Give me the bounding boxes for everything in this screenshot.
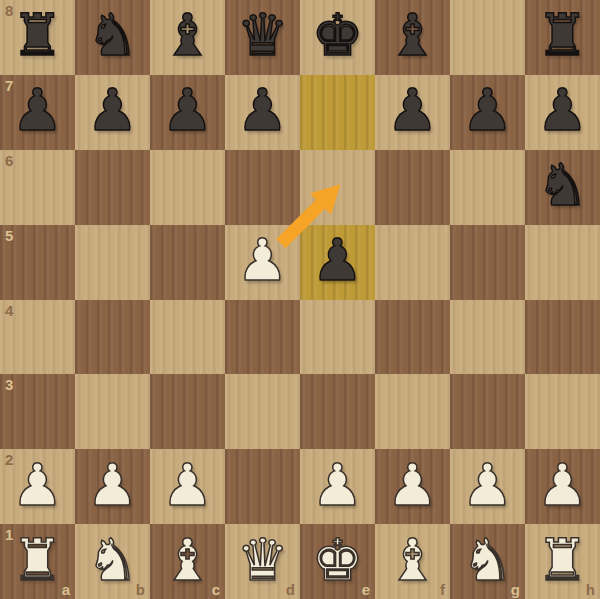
square-h6[interactable]: ♞ bbox=[525, 150, 600, 225]
piece-black-pawn-d7[interactable]: ♟ bbox=[237, 81, 289, 139]
square-c2[interactable]: ♟ bbox=[150, 449, 225, 524]
square-b8[interactable]: ♞ bbox=[75, 0, 150, 75]
chess-board[interactable]: 8♜♞♝♛♚♝♜7♟♟♟♟♟♟♟6♞5♟♟432♟♟♟♟♟♟♟1a♜b♞c♝d♛… bbox=[0, 0, 600, 599]
rank-label-3: 3 bbox=[5, 377, 13, 392]
piece-white-pawn-a2[interactable]: ♟ bbox=[12, 456, 64, 514]
square-h4[interactable] bbox=[525, 300, 600, 375]
square-c5[interactable] bbox=[150, 225, 225, 300]
square-b1[interactable]: b♞ bbox=[75, 524, 150, 599]
square-e3[interactable] bbox=[300, 374, 375, 449]
piece-black-rook-h8[interactable]: ♜ bbox=[537, 6, 589, 64]
square-g1[interactable]: g♞ bbox=[450, 524, 525, 599]
square-h7[interactable]: ♟ bbox=[525, 75, 600, 150]
piece-white-knight-g1[interactable]: ♞ bbox=[462, 531, 514, 589]
square-g2[interactable]: ♟ bbox=[450, 449, 525, 524]
square-b6[interactable] bbox=[75, 150, 150, 225]
square-h1[interactable]: h♜ bbox=[525, 524, 600, 599]
square-f5[interactable] bbox=[375, 225, 450, 300]
square-c6[interactable] bbox=[150, 150, 225, 225]
square-e6[interactable] bbox=[300, 150, 375, 225]
square-h5[interactable] bbox=[525, 225, 600, 300]
piece-white-pawn-e2[interactable]: ♟ bbox=[312, 456, 364, 514]
square-e5[interactable]: ♟ bbox=[300, 225, 375, 300]
piece-black-pawn-g7[interactable]: ♟ bbox=[462, 81, 514, 139]
piece-black-pawn-b7[interactable]: ♟ bbox=[87, 81, 139, 139]
piece-black-queen-d8[interactable]: ♛ bbox=[237, 6, 289, 64]
piece-black-knight-h6[interactable]: ♞ bbox=[537, 156, 589, 214]
piece-white-bishop-c1[interactable]: ♝ bbox=[162, 531, 214, 589]
square-d8[interactable]: ♛ bbox=[225, 0, 300, 75]
piece-white-bishop-f1[interactable]: ♝ bbox=[387, 531, 439, 589]
piece-white-king-e1[interactable]: ♚ bbox=[312, 531, 364, 589]
square-d7[interactable]: ♟ bbox=[225, 75, 300, 150]
square-a8[interactable]: 8♜ bbox=[0, 0, 75, 75]
square-g8[interactable] bbox=[450, 0, 525, 75]
square-g4[interactable] bbox=[450, 300, 525, 375]
piece-white-pawn-d5[interactable]: ♟ bbox=[237, 231, 289, 289]
piece-black-rook-a8[interactable]: ♜ bbox=[12, 6, 64, 64]
piece-white-rook-a1[interactable]: ♜ bbox=[12, 531, 64, 589]
square-f8[interactable]: ♝ bbox=[375, 0, 450, 75]
square-h3[interactable] bbox=[525, 374, 600, 449]
square-h8[interactable]: ♜ bbox=[525, 0, 600, 75]
square-a7[interactable]: 7♟ bbox=[0, 75, 75, 150]
square-d2[interactable] bbox=[225, 449, 300, 524]
piece-black-pawn-a7[interactable]: ♟ bbox=[12, 81, 64, 139]
rank-label-6: 6 bbox=[5, 153, 13, 168]
square-f6[interactable] bbox=[375, 150, 450, 225]
square-b7[interactable]: ♟ bbox=[75, 75, 150, 150]
piece-white-pawn-b2[interactable]: ♟ bbox=[87, 456, 139, 514]
square-e8[interactable]: ♚ bbox=[300, 0, 375, 75]
piece-black-bishop-c8[interactable]: ♝ bbox=[162, 6, 214, 64]
square-d6[interactable] bbox=[225, 150, 300, 225]
square-a5[interactable]: 5 bbox=[0, 225, 75, 300]
piece-white-rook-h1[interactable]: ♜ bbox=[537, 531, 589, 589]
square-g7[interactable]: ♟ bbox=[450, 75, 525, 150]
piece-black-bishop-f8[interactable]: ♝ bbox=[387, 6, 439, 64]
piece-black-pawn-h7[interactable]: ♟ bbox=[537, 81, 589, 139]
square-f7[interactable]: ♟ bbox=[375, 75, 450, 150]
square-f3[interactable] bbox=[375, 374, 450, 449]
square-c4[interactable] bbox=[150, 300, 225, 375]
square-b5[interactable] bbox=[75, 225, 150, 300]
file-label-f: f bbox=[440, 582, 445, 597]
square-a1[interactable]: 1a♜ bbox=[0, 524, 75, 599]
square-e7[interactable] bbox=[300, 75, 375, 150]
rank-label-4: 4 bbox=[5, 303, 13, 318]
square-g5[interactable] bbox=[450, 225, 525, 300]
piece-white-pawn-h2[interactable]: ♟ bbox=[537, 456, 589, 514]
square-f4[interactable] bbox=[375, 300, 450, 375]
piece-white-pawn-f2[interactable]: ♟ bbox=[387, 456, 439, 514]
piece-black-pawn-c7[interactable]: ♟ bbox=[162, 81, 214, 139]
square-d4[interactable] bbox=[225, 300, 300, 375]
square-a6[interactable]: 6 bbox=[0, 150, 75, 225]
rank-label-5: 5 bbox=[5, 228, 13, 243]
square-b4[interactable] bbox=[75, 300, 150, 375]
square-e4[interactable] bbox=[300, 300, 375, 375]
square-g3[interactable] bbox=[450, 374, 525, 449]
square-d3[interactable] bbox=[225, 374, 300, 449]
piece-black-king-e8[interactable]: ♚ bbox=[312, 6, 364, 64]
square-d1[interactable]: d♛ bbox=[225, 524, 300, 599]
square-f2[interactable]: ♟ bbox=[375, 449, 450, 524]
piece-white-pawn-c2[interactable]: ♟ bbox=[162, 456, 214, 514]
square-c8[interactable]: ♝ bbox=[150, 0, 225, 75]
square-a3[interactable]: 3 bbox=[0, 374, 75, 449]
piece-white-pawn-g2[interactable]: ♟ bbox=[462, 456, 514, 514]
square-c7[interactable]: ♟ bbox=[150, 75, 225, 150]
square-f1[interactable]: f♝ bbox=[375, 524, 450, 599]
piece-black-pawn-e5[interactable]: ♟ bbox=[312, 231, 364, 289]
piece-white-knight-b1[interactable]: ♞ bbox=[87, 531, 139, 589]
square-c3[interactable] bbox=[150, 374, 225, 449]
square-c1[interactable]: c♝ bbox=[150, 524, 225, 599]
square-e2[interactable]: ♟ bbox=[300, 449, 375, 524]
piece-black-knight-b8[interactable]: ♞ bbox=[87, 6, 139, 64]
square-h2[interactable]: ♟ bbox=[525, 449, 600, 524]
square-e1[interactable]: e♚ bbox=[300, 524, 375, 599]
piece-black-pawn-f7[interactable]: ♟ bbox=[387, 81, 439, 139]
piece-white-queen-d1[interactable]: ♛ bbox=[237, 531, 289, 589]
square-b2[interactable]: ♟ bbox=[75, 449, 150, 524]
square-g6[interactable] bbox=[450, 150, 525, 225]
square-d5[interactable]: ♟ bbox=[225, 225, 300, 300]
square-b3[interactable] bbox=[75, 374, 150, 449]
square-a2[interactable]: 2♟ bbox=[0, 449, 75, 524]
square-a4[interactable]: 4 bbox=[0, 300, 75, 375]
